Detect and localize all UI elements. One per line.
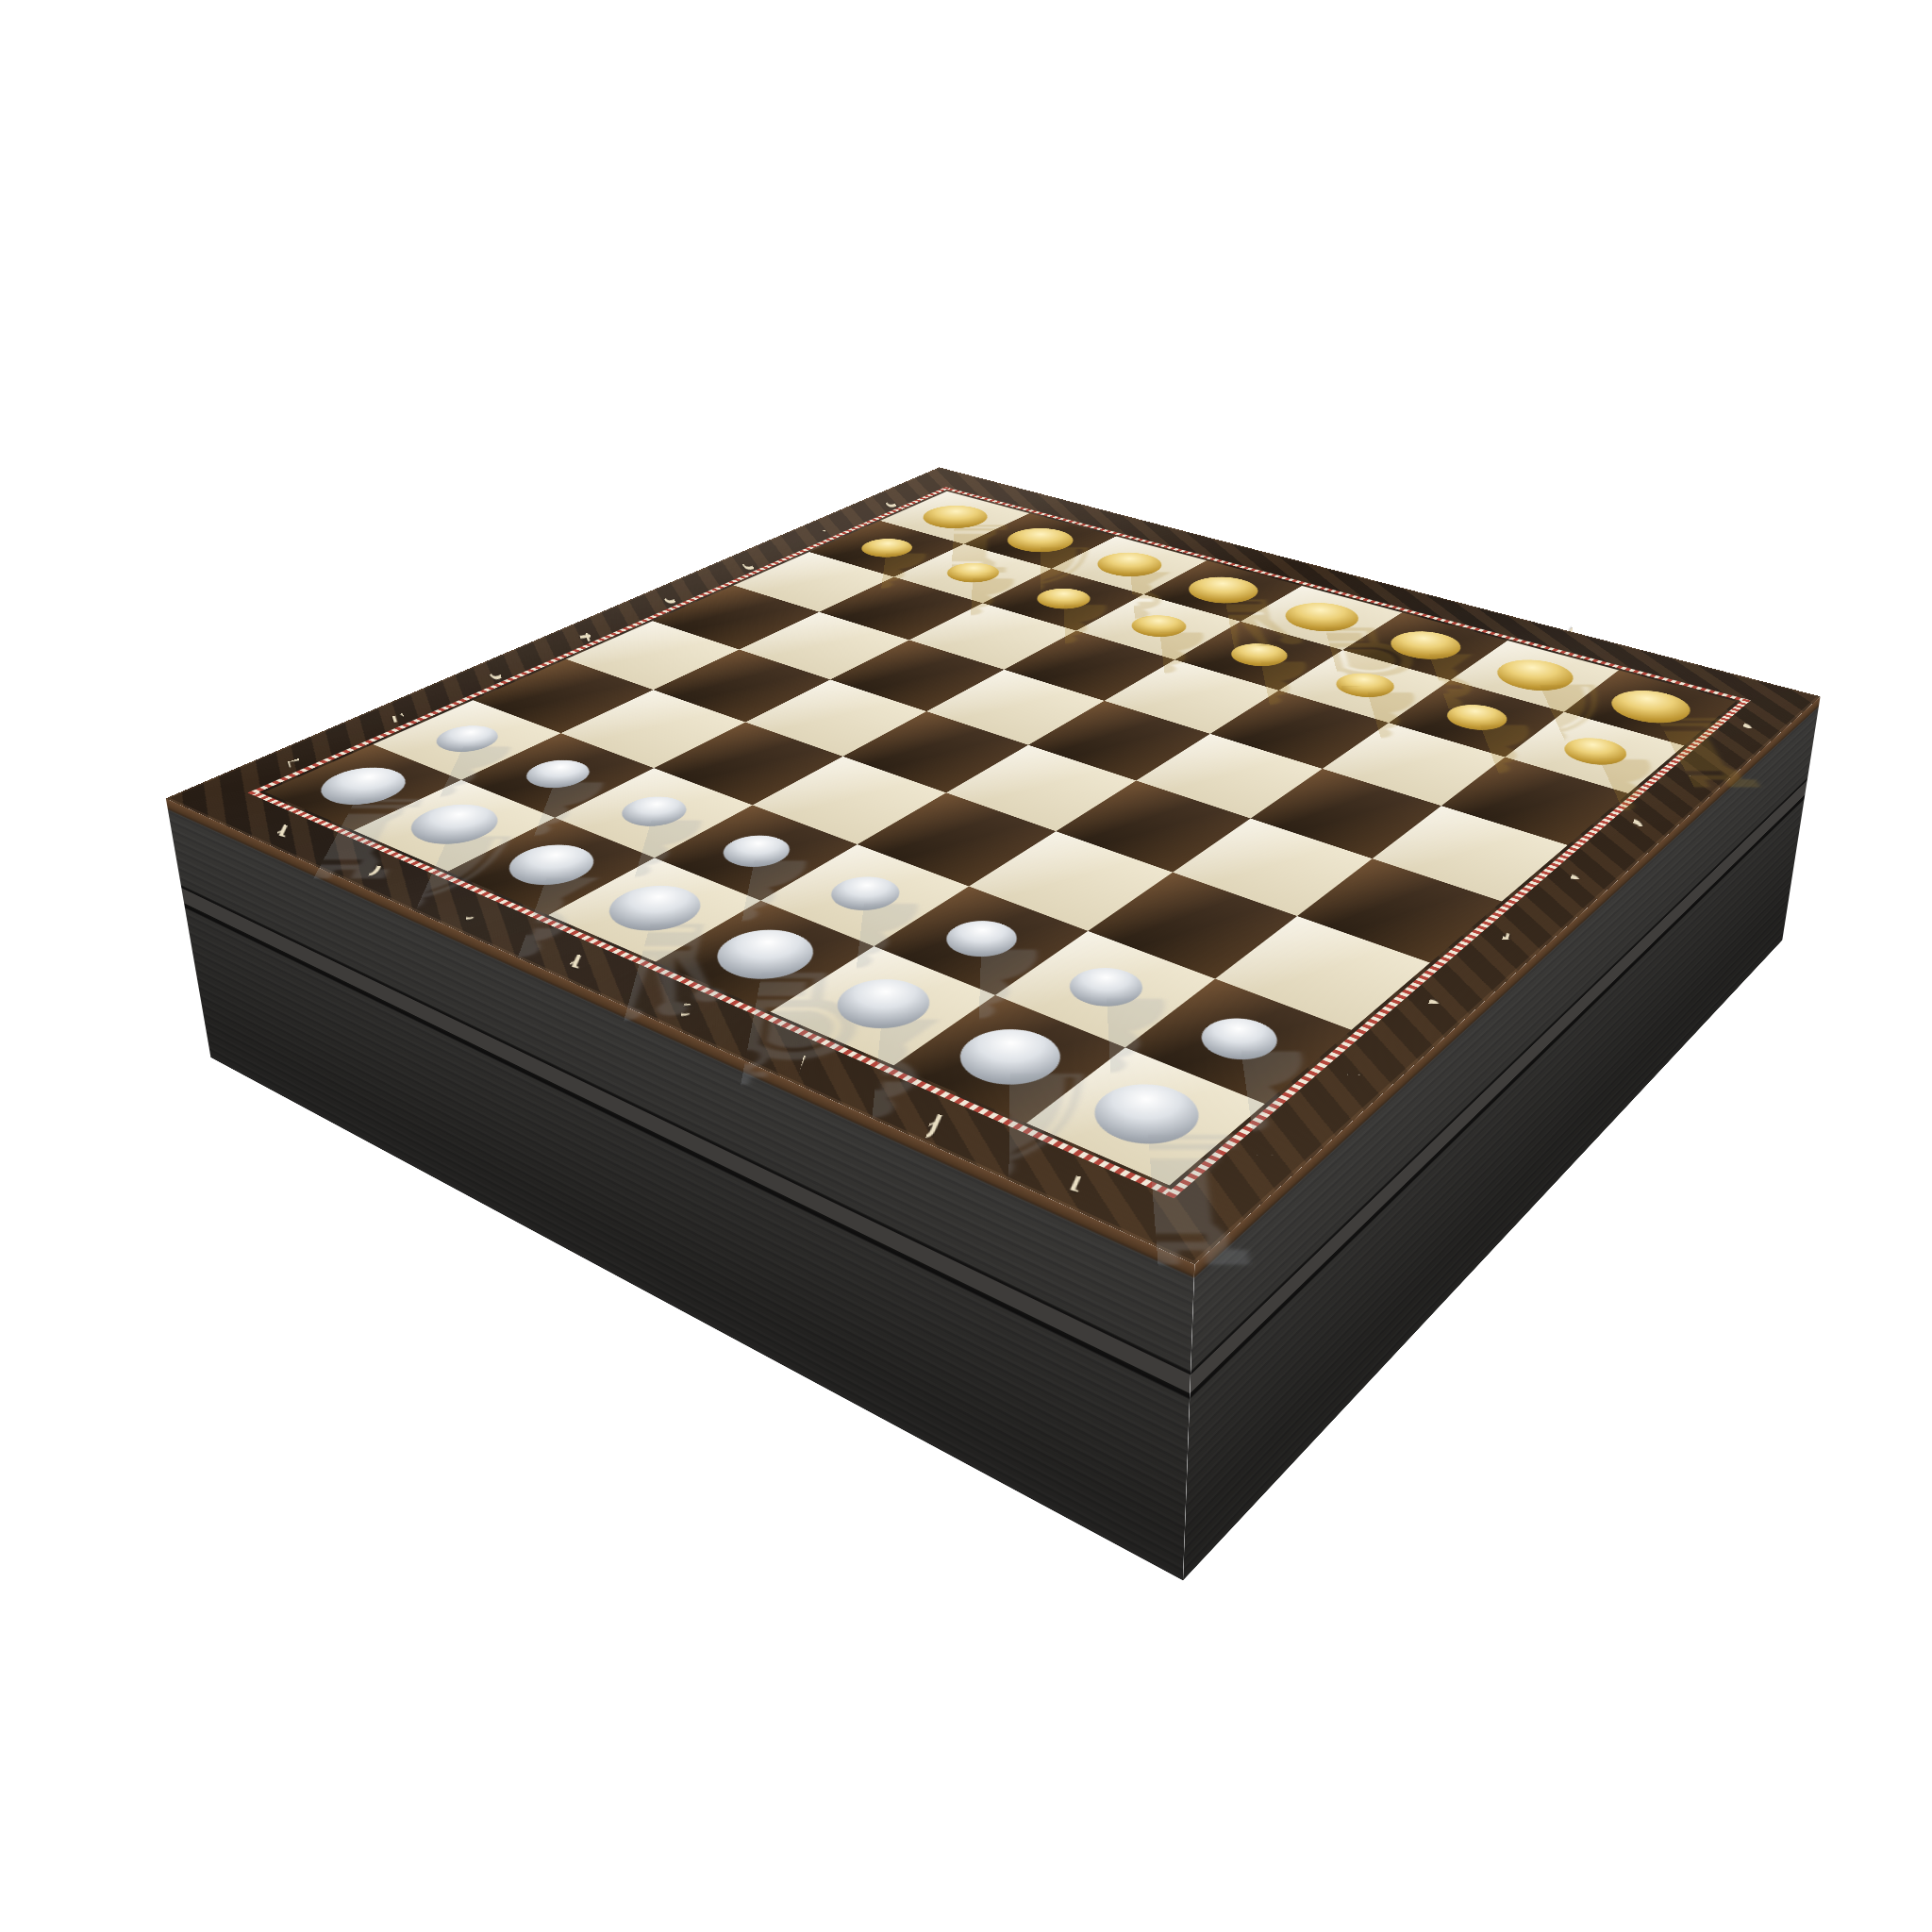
product-photo-stage: aabbccddeeffgghh1122334455667788♜♜♞♞♝♝♛♛… <box>0 0 1932 1932</box>
chess-board[interactable]: aabbccddeeffgghh1122334455667788♜♜♞♞♝♝♛♛… <box>166 467 1821 1264</box>
silver-rook-glyph: ♜ <box>1014 774 1279 1123</box>
gold-pawn-glyph: ♟ <box>1524 570 1667 758</box>
